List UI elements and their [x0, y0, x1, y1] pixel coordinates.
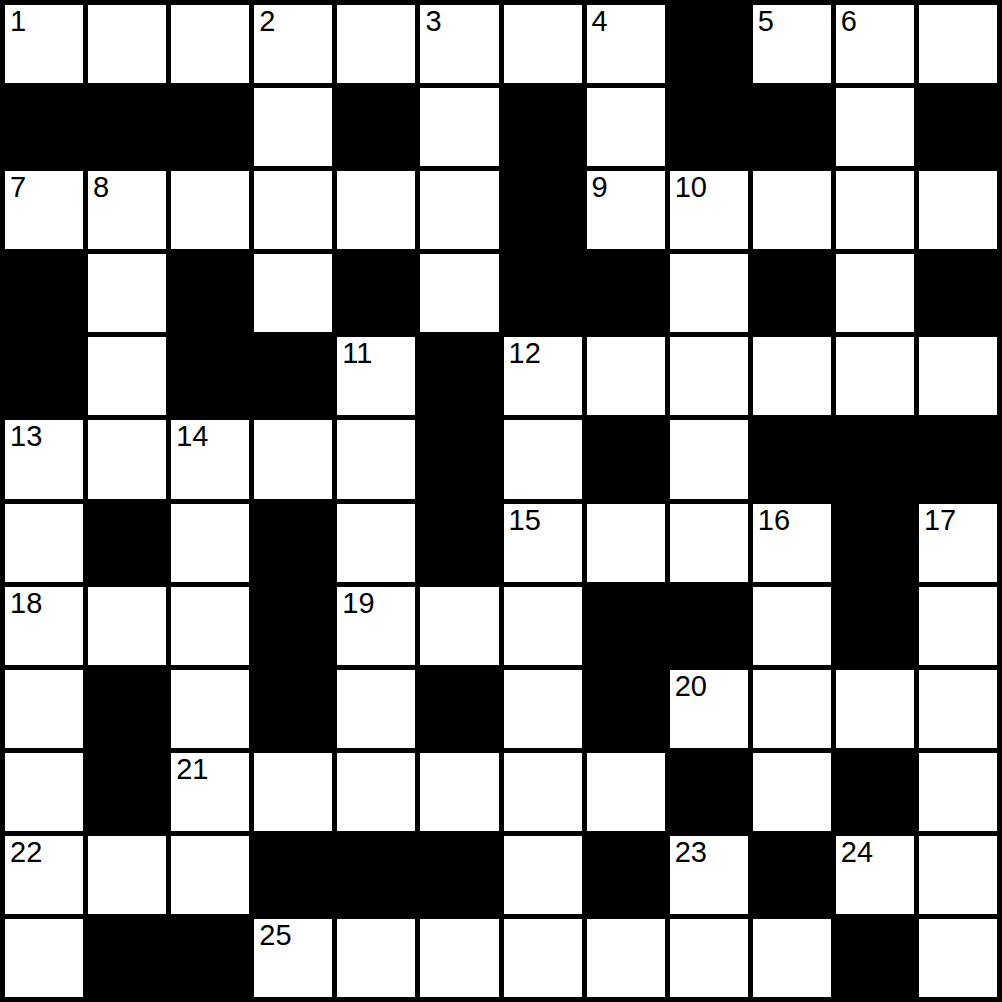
black-cell-r8c5 [420, 670, 498, 748]
white-cell-r7c1[interactable] [88, 587, 166, 665]
white-cell-r5c2[interactable]: 14 [171, 420, 249, 498]
white-cell-r3c1[interactable] [88, 254, 166, 332]
white-cell-r1c3[interactable] [254, 88, 332, 166]
white-cell-r7c11[interactable] [919, 587, 997, 665]
black-cell-r5c10 [836, 420, 914, 498]
white-cell-r0c11[interactable] [919, 5, 997, 83]
white-cell-r9c4[interactable] [337, 753, 415, 831]
white-cell-r3c3[interactable] [254, 254, 332, 332]
white-cell-r6c0[interactable] [5, 504, 83, 582]
white-cell-r0c3[interactable]: 2 [254, 5, 332, 83]
clue-number-1: 1 [10, 5, 26, 38]
white-cell-r2c8[interactable]: 10 [670, 171, 748, 249]
black-cell-r4c3 [254, 337, 332, 415]
black-cell-r2c6 [504, 171, 582, 249]
white-cell-r1c7[interactable] [587, 88, 665, 166]
white-cell-r11c11[interactable] [919, 919, 997, 997]
white-cell-r9c5[interactable] [420, 753, 498, 831]
white-cell-r2c9[interactable] [753, 171, 831, 249]
black-cell-r7c3 [254, 587, 332, 665]
white-cell-r8c9[interactable] [753, 670, 831, 748]
clue-number-9: 9 [592, 171, 608, 204]
clue-number-15: 15 [509, 504, 541, 537]
black-cell-r5c7 [587, 420, 665, 498]
white-cell-r2c5[interactable] [420, 171, 498, 249]
white-cell-r0c9[interactable]: 5 [753, 5, 831, 83]
white-cell-r5c3[interactable] [254, 420, 332, 498]
black-cell-r10c3 [254, 836, 332, 914]
black-cell-r10c9 [753, 836, 831, 914]
white-cell-r4c10[interactable] [836, 337, 914, 415]
crossword-grid: 1234567891011121314151617181920212223242… [0, 0, 1002, 1002]
white-cell-r5c6[interactable] [504, 420, 582, 498]
white-cell-r7c2[interactable] [171, 587, 249, 665]
white-cell-r2c3[interactable] [254, 171, 332, 249]
clue-number-21: 21 [176, 753, 208, 786]
white-cell-r0c0[interactable]: 1 [5, 5, 83, 83]
white-cell-r7c0[interactable]: 18 [5, 587, 83, 665]
black-cell-r11c2 [171, 919, 249, 997]
clue-number-8: 8 [93, 171, 109, 204]
clue-number-22: 22 [10, 836, 42, 869]
clue-number-16: 16 [758, 504, 790, 537]
clue-number-24: 24 [841, 836, 873, 869]
white-cell-r2c10[interactable] [836, 171, 914, 249]
white-cell-r2c11[interactable] [919, 171, 997, 249]
white-cell-r7c6[interactable] [504, 587, 582, 665]
black-cell-r10c5 [420, 836, 498, 914]
white-cell-r6c9[interactable]: 16 [753, 504, 831, 582]
black-cell-r9c1 [88, 753, 166, 831]
white-cell-r0c10[interactable]: 6 [836, 5, 914, 83]
white-cell-r7c9[interactable] [753, 587, 831, 665]
black-cell-r6c1 [88, 504, 166, 582]
black-cell-r11c1 [88, 919, 166, 997]
clue-number-17: 17 [924, 504, 956, 537]
white-cell-r4c6[interactable]: 12 [504, 337, 582, 415]
white-cell-r8c8[interactable]: 20 [670, 670, 748, 748]
white-cell-r6c11[interactable]: 17 [919, 504, 997, 582]
black-cell-r1c9 [753, 88, 831, 166]
black-cell-r8c1 [88, 670, 166, 748]
black-cell-r5c9 [753, 420, 831, 498]
black-cell-r10c4 [337, 836, 415, 914]
black-cell-r0c8 [670, 5, 748, 83]
black-cell-r7c8 [670, 587, 748, 665]
white-cell-r11c5[interactable] [420, 919, 498, 997]
white-cell-r6c7[interactable] [587, 504, 665, 582]
clue-number-14: 14 [176, 420, 208, 453]
white-cell-r4c9[interactable] [753, 337, 831, 415]
white-cell-r5c1[interactable] [88, 420, 166, 498]
white-cell-r4c7[interactable] [587, 337, 665, 415]
white-cell-r10c10[interactable]: 24 [836, 836, 914, 914]
black-cell-r5c11 [919, 420, 997, 498]
clue-number-5: 5 [758, 5, 774, 38]
white-cell-r4c1[interactable] [88, 337, 166, 415]
white-cell-r8c6[interactable] [504, 670, 582, 748]
white-cell-r8c4[interactable] [337, 670, 415, 748]
black-cell-r1c11 [919, 88, 997, 166]
white-cell-r3c10[interactable] [836, 254, 914, 332]
white-cell-r2c7[interactable]: 9 [587, 171, 665, 249]
white-cell-r0c5[interactable]: 3 [420, 5, 498, 83]
white-cell-r11c8[interactable] [670, 919, 748, 997]
white-cell-r4c4[interactable]: 11 [337, 337, 415, 415]
clue-number-6: 6 [841, 5, 857, 38]
white-cell-r9c3[interactable] [254, 753, 332, 831]
black-cell-r1c6 [504, 88, 582, 166]
white-cell-r10c1[interactable] [88, 836, 166, 914]
white-cell-r4c8[interactable] [670, 337, 748, 415]
clue-number-19: 19 [342, 587, 374, 620]
white-cell-r5c8[interactable] [670, 420, 748, 498]
black-cell-r1c2 [171, 88, 249, 166]
white-cell-r1c5[interactable] [420, 88, 498, 166]
white-cell-r9c7[interactable] [587, 753, 665, 831]
white-cell-r3c5[interactable] [420, 254, 498, 332]
white-cell-r9c2[interactable]: 21 [171, 753, 249, 831]
white-cell-r10c0[interactable]: 22 [5, 836, 83, 914]
white-cell-r3c8[interactable] [670, 254, 748, 332]
black-cell-r9c10 [836, 753, 914, 831]
white-cell-r8c2[interactable] [171, 670, 249, 748]
white-cell-r6c8[interactable] [670, 504, 748, 582]
white-cell-r7c4[interactable]: 19 [337, 587, 415, 665]
white-cell-r11c0[interactable] [5, 919, 83, 997]
black-cell-r3c7 [587, 254, 665, 332]
black-cell-r3c9 [753, 254, 831, 332]
white-cell-r10c2[interactable] [171, 836, 249, 914]
black-cell-r3c11 [919, 254, 997, 332]
white-cell-r9c0[interactable] [5, 753, 83, 831]
white-cell-r10c11[interactable] [919, 836, 997, 914]
white-cell-r0c2[interactable] [171, 5, 249, 83]
clue-number-20: 20 [675, 670, 707, 703]
white-cell-r5c0[interactable]: 13 [5, 420, 83, 498]
white-cell-r7c5[interactable] [420, 587, 498, 665]
white-cell-r0c7[interactable]: 4 [587, 5, 665, 83]
black-cell-r3c2 [171, 254, 249, 332]
white-cell-r1c10[interactable] [836, 88, 914, 166]
clue-number-23: 23 [675, 836, 707, 869]
clue-number-10: 10 [675, 171, 707, 204]
white-cell-r6c2[interactable] [171, 504, 249, 582]
clue-number-25: 25 [259, 919, 291, 952]
white-cell-r8c10[interactable] [836, 670, 914, 748]
white-cell-r4c11[interactable] [919, 337, 997, 415]
white-cell-r8c11[interactable] [919, 670, 997, 748]
black-cell-r6c3 [254, 504, 332, 582]
clue-number-7: 7 [10, 171, 26, 204]
black-cell-r1c1 [88, 88, 166, 166]
white-cell-r6c4[interactable] [337, 504, 415, 582]
black-cell-r10c7 [587, 836, 665, 914]
white-cell-r2c1[interactable]: 8 [88, 171, 166, 249]
black-cell-r4c0 [5, 337, 83, 415]
white-cell-r0c4[interactable] [337, 5, 415, 83]
black-cell-r4c2 [171, 337, 249, 415]
white-cell-r10c8[interactable]: 23 [670, 836, 748, 914]
black-cell-r3c0 [5, 254, 83, 332]
black-cell-r3c6 [504, 254, 582, 332]
black-cell-r1c8 [670, 88, 748, 166]
black-cell-r3c4 [337, 254, 415, 332]
white-cell-r11c3[interactable]: 25 [254, 919, 332, 997]
black-cell-r6c10 [836, 504, 914, 582]
crossword-board: 1234567891011121314151617181920212223242… [0, 0, 1002, 1002]
white-cell-r9c9[interactable] [753, 753, 831, 831]
white-cell-r11c4[interactable] [337, 919, 415, 997]
black-cell-r1c0 [5, 88, 83, 166]
black-cell-r5c5 [420, 420, 498, 498]
white-cell-r11c7[interactable] [587, 919, 665, 997]
white-cell-r0c1[interactable] [88, 5, 166, 83]
black-cell-r6c5 [420, 504, 498, 582]
black-cell-r7c7 [587, 587, 665, 665]
white-cell-r11c6[interactable] [504, 919, 582, 997]
black-cell-r11c10 [836, 919, 914, 997]
clue-number-13: 13 [10, 420, 42, 453]
black-cell-r9c8 [670, 753, 748, 831]
black-cell-r8c3 [254, 670, 332, 748]
white-cell-r2c4[interactable] [337, 171, 415, 249]
clue-number-11: 11 [342, 337, 372, 370]
white-cell-r5c4[interactable] [337, 420, 415, 498]
white-cell-r2c0[interactable]: 7 [5, 171, 83, 249]
clue-number-3: 3 [425, 5, 441, 38]
white-cell-r8c0[interactable] [5, 670, 83, 748]
clue-number-18: 18 [10, 587, 42, 620]
black-cell-r1c4 [337, 88, 415, 166]
white-cell-r10c6[interactable] [504, 836, 582, 914]
black-cell-r4c5 [420, 337, 498, 415]
white-cell-r9c6[interactable] [504, 753, 582, 831]
white-cell-r11c9[interactable] [753, 919, 831, 997]
black-cell-r7c10 [836, 587, 914, 665]
clue-number-12: 12 [509, 337, 541, 370]
white-cell-r2c2[interactable] [171, 171, 249, 249]
white-cell-r6c6[interactable]: 15 [504, 504, 582, 582]
black-cell-r8c7 [587, 670, 665, 748]
white-cell-r0c6[interactable] [504, 5, 582, 83]
clue-number-2: 2 [259, 5, 275, 38]
white-cell-r9c11[interactable] [919, 753, 997, 831]
clue-number-4: 4 [592, 5, 608, 38]
